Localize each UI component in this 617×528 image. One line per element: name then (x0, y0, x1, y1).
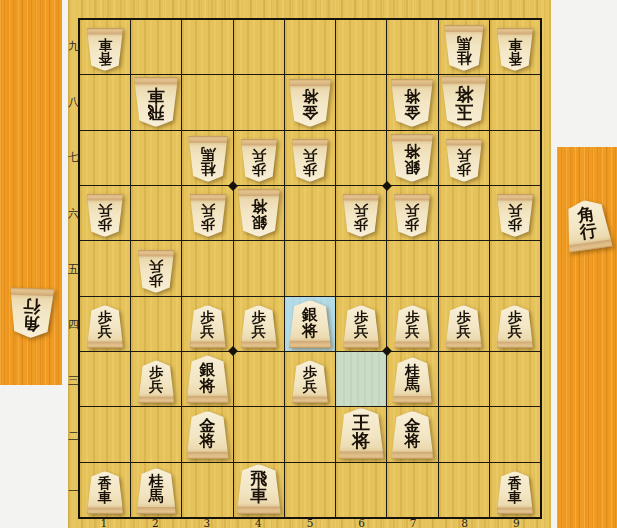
shogi-app: 角行 香車桂馬香車飛車金将金将玉将桂馬歩兵歩兵銀将歩兵歩兵歩兵銀将歩兵歩兵歩兵歩… (0, 0, 617, 528)
shogi-piece-upright[interactable]: 歩兵 (87, 305, 124, 348)
piece-kanji: 歩兵 (394, 305, 431, 348)
board-square[interactable] (182, 241, 232, 295)
shogi-piece-rotated[interactable]: 歩兵 (445, 139, 482, 182)
board-square[interactable] (285, 463, 335, 517)
board-square[interactable]: 歩兵 (131, 352, 181, 406)
piece-kanji: 飛車 (236, 464, 281, 514)
board-square[interactable]: 桂馬 (131, 463, 181, 517)
board-square[interactable]: 銀将 (182, 352, 232, 406)
board-square[interactable] (234, 352, 284, 406)
shogi-piece-upright[interactable]: 王将 (338, 408, 384, 459)
shogi-piece-rotated[interactable]: 歩兵 (496, 194, 533, 237)
board-square[interactable] (336, 352, 386, 406)
shogi-piece-upright[interactable]: 飛車 (236, 464, 281, 514)
board-square[interactable] (285, 407, 335, 461)
board-square[interactable] (234, 241, 284, 295)
piece-kanji: 歩兵 (343, 305, 380, 348)
board-square[interactable] (387, 463, 437, 517)
board-square[interactable] (80, 352, 130, 406)
board-square[interactable]: 金将 (387, 75, 437, 129)
piece-kanji: 歩兵 (138, 250, 175, 293)
board-square[interactable] (336, 241, 386, 295)
board-square[interactable] (439, 407, 489, 461)
piece-kanji: 銀将 (186, 355, 229, 403)
board-square[interactable] (80, 75, 130, 129)
board-square[interactable]: 歩兵 (182, 297, 232, 351)
board-square[interactable] (490, 131, 540, 185)
board-square[interactable]: 銀将 (285, 297, 335, 351)
board-square[interactable]: 金将 (285, 75, 335, 129)
piece-kanji: 歩兵 (189, 305, 226, 348)
board-square[interactable]: 歩兵 (80, 186, 130, 240)
shogi-piece-upright[interactable]: 歩兵 (394, 305, 431, 348)
shogi-piece-rotated[interactable]: 歩兵 (394, 194, 431, 237)
piece-kanji: 歩兵 (496, 194, 533, 237)
piece-kanji: 香車 (496, 471, 533, 514)
piece-kanji: 桂馬 (444, 25, 484, 71)
board-square[interactable] (131, 186, 181, 240)
board-square[interactable] (387, 241, 437, 295)
shogi-piece-rotated[interactable]: 桂馬 (188, 136, 228, 182)
piece-kanji: 歩兵 (240, 139, 277, 182)
file-label: 2 (145, 519, 165, 528)
piece-kanji: 歩兵 (343, 194, 380, 237)
board-square[interactable] (234, 20, 284, 74)
piece-kanji: 歩兵 (445, 305, 482, 348)
board-square[interactable]: 玉将 (439, 75, 489, 129)
piece-kanji: 金将 (391, 411, 434, 459)
shogi-piece-rotated[interactable]: 金将 (288, 79, 331, 127)
file-label: 7 (403, 519, 423, 528)
board-square[interactable]: 飛車 (131, 75, 181, 129)
shogi-piece-upright[interactable]: 金将 (391, 411, 434, 459)
rank-label: 五 (68, 261, 78, 276)
file-label: 8 (455, 519, 475, 528)
piece-kanji: 桂馬 (188, 136, 228, 182)
board-square[interactable] (182, 20, 232, 74)
board-square[interactable]: 歩兵 (439, 131, 489, 185)
shogi-piece-rotated[interactable]: 歩兵 (189, 194, 226, 237)
board-square[interactable] (80, 407, 130, 461)
piece-kanji: 桂馬 (392, 357, 432, 403)
board-square[interactable]: 歩兵 (234, 131, 284, 185)
shogi-piece-rotated[interactable]: 桂馬 (444, 25, 484, 71)
board-square[interactable]: 金将 (182, 407, 232, 461)
board-square[interactable]: 歩兵 (490, 297, 540, 351)
board-square[interactable] (490, 241, 540, 295)
file-label: 1 (94, 519, 114, 528)
piece-kanji: 金将 (288, 79, 331, 127)
rank-label: 一 (68, 484, 78, 499)
board-square[interactable]: 香車 (80, 20, 130, 74)
piece-kanji: 金将 (186, 411, 229, 459)
shogi-piece-upright[interactable]: 桂馬 (392, 357, 432, 403)
board-square[interactable]: 歩兵 (490, 186, 540, 240)
board-square[interactable] (439, 463, 489, 517)
board-square[interactable] (182, 75, 232, 129)
hand-piece-upright[interactable]: 角行 (565, 200, 610, 250)
board-square[interactable] (336, 75, 386, 129)
rank-label: 六 (68, 205, 78, 220)
shogi-piece-upright[interactable]: 歩兵 (496, 305, 533, 348)
board-square[interactable] (285, 20, 335, 74)
board-square[interactable]: 歩兵 (336, 186, 386, 240)
shogi-piece-rotated[interactable]: 銀将 (237, 189, 280, 237)
piece-kanji: 歩兵 (240, 305, 277, 348)
shogi-piece-upright[interactable]: 歩兵 (291, 360, 328, 403)
board-square[interactable] (80, 131, 130, 185)
board-square[interactable] (234, 75, 284, 129)
shogi-piece-rotated[interactable]: 歩兵 (138, 250, 175, 293)
piece-kanji: 銀将 (237, 189, 280, 237)
piece-kanji: 歩兵 (138, 360, 175, 403)
rank-label: 四 (68, 317, 78, 332)
shogi-piece-rotated[interactable]: 銀将 (391, 134, 434, 182)
board-square[interactable] (439, 241, 489, 295)
piece-kanji: 歩兵 (189, 194, 226, 237)
board-square[interactable]: 歩兵 (131, 241, 181, 295)
piece-kanji: 金将 (391, 79, 434, 127)
board-square[interactable]: 歩兵 (285, 131, 335, 185)
shogi-piece-rotated[interactable]: 金将 (391, 79, 434, 127)
piece-kanji: 香車 (496, 28, 533, 71)
top-player-hand-stand: 角行 (0, 0, 62, 385)
board-square[interactable]: 歩兵 (234, 297, 284, 351)
piece-kanji: 歩兵 (291, 360, 328, 403)
board-square[interactable]: 香車 (490, 463, 540, 517)
shogi-piece-upright[interactable]: 桂馬 (136, 468, 176, 514)
shogi-piece-rotated[interactable]: 歩兵 (240, 139, 277, 182)
board-square[interactable] (234, 407, 284, 461)
shogi-piece-rotated[interactable]: 飛車 (134, 77, 179, 127)
shogi-piece-upright[interactable]: 金将 (186, 411, 229, 459)
board-square[interactable] (336, 20, 386, 74)
board-square[interactable]: 飛車 (234, 463, 284, 517)
shogi-piece-upright[interactable]: 銀将 (288, 300, 331, 348)
board-square[interactable]: 銀将 (234, 186, 284, 240)
file-label: 6 (352, 519, 372, 528)
shogi-piece-upright[interactable]: 歩兵 (240, 305, 277, 348)
shogi-piece-upright[interactable]: 香車 (496, 471, 533, 514)
rank-label: 七 (68, 150, 78, 165)
board-square[interactable] (387, 20, 437, 74)
board-square[interactable]: 王将 (336, 407, 386, 461)
board-square[interactable] (439, 186, 489, 240)
piece-kanji: 角行 (8, 287, 55, 339)
board-square[interactable]: 歩兵 (182, 186, 232, 240)
board-square[interactable] (131, 131, 181, 185)
shogi-piece-upright[interactable]: 香車 (87, 471, 124, 514)
piece-kanji: 歩兵 (291, 139, 328, 182)
board-square[interactable] (80, 241, 130, 295)
board-square[interactable] (490, 75, 540, 129)
shogi-piece-rotated[interactable]: 歩兵 (291, 139, 328, 182)
piece-kanji: 角行 (562, 197, 614, 253)
board-square[interactable] (182, 463, 232, 517)
board-square[interactable] (285, 241, 335, 295)
shogi-board-widget: 香車桂馬香車飛車金将金将玉将桂馬歩兵歩兵銀将歩兵歩兵歩兵銀将歩兵歩兵歩兵歩兵歩兵… (68, 0, 551, 528)
shogi-piece-rotated[interactable]: 歩兵 (87, 194, 124, 237)
shogi-piece-upright[interactable]: 歩兵 (445, 305, 482, 348)
board-square[interactable]: 金将 (387, 407, 437, 461)
board-square[interactable]: 歩兵 (439, 297, 489, 351)
board-square[interactable]: 香車 (490, 20, 540, 74)
piece-kanji: 歩兵 (87, 194, 124, 237)
board-square[interactable]: 歩兵 (336, 297, 386, 351)
shogi-piece-rotated[interactable]: 角行 (9, 288, 54, 338)
piece-kanji: 玉将 (441, 76, 487, 127)
shogi-piece-upright[interactable]: 歩兵 (189, 305, 226, 348)
piece-kanji: 歩兵 (496, 305, 533, 348)
board-square[interactable]: 歩兵 (387, 297, 437, 351)
bottom-player-hand-stand: 角行 (557, 147, 617, 528)
file-label: 9 (506, 519, 526, 528)
shogi-piece-upright[interactable]: 銀将 (186, 355, 229, 403)
shogi-piece-upright[interactable]: 角行 (565, 200, 610, 250)
piece-kanji: 歩兵 (445, 139, 482, 182)
shogi-piece-upright[interactable]: 歩兵 (343, 305, 380, 348)
board-square[interactable]: 歩兵 (285, 352, 335, 406)
shogi-piece-rotated[interactable]: 香車 (87, 28, 124, 71)
piece-kanji: 歩兵 (87, 305, 124, 348)
piece-kanji: 銀将 (391, 134, 434, 182)
board-square[interactable] (336, 131, 386, 185)
rank-label: 九 (68, 38, 78, 53)
piece-kanji: 香車 (87, 28, 124, 71)
board-square[interactable]: 桂馬 (387, 352, 437, 406)
piece-kanji: 飛車 (134, 77, 179, 127)
file-label: 5 (300, 519, 320, 528)
board-square[interactable]: 銀将 (387, 131, 437, 185)
rank-label: 三 (68, 372, 78, 387)
shogi-board: 香車桂馬香車飛車金将金将玉将桂馬歩兵歩兵銀将歩兵歩兵歩兵銀将歩兵歩兵歩兵歩兵歩兵… (78, 18, 542, 519)
board-square[interactable] (490, 407, 540, 461)
file-label: 4 (248, 519, 268, 528)
file-label: 3 (197, 519, 217, 528)
board-square[interactable]: 桂馬 (439, 20, 489, 74)
board-square[interactable] (285, 186, 335, 240)
board-square[interactable] (131, 297, 181, 351)
shogi-piece-rotated[interactable]: 歩兵 (343, 194, 380, 237)
board-square[interactable] (131, 407, 181, 461)
board-square[interactable] (490, 352, 540, 406)
shogi-piece-upright[interactable]: 歩兵 (138, 360, 175, 403)
rank-label: 二 (68, 428, 78, 443)
piece-kanji: 王将 (338, 408, 384, 459)
board-square[interactable] (131, 20, 181, 74)
piece-kanji: 香車 (87, 471, 124, 514)
board-square[interactable]: 歩兵 (387, 186, 437, 240)
piece-kanji: 桂馬 (136, 468, 176, 514)
rank-label: 八 (68, 94, 78, 109)
board-square[interactable] (336, 463, 386, 517)
piece-kanji: 銀将 (288, 300, 331, 348)
shogi-piece-rotated[interactable]: 玉将 (441, 76, 487, 127)
board-square[interactable]: 香車 (80, 463, 130, 517)
shogi-piece-rotated[interactable]: 香車 (496, 28, 533, 71)
hand-piece-rotated[interactable]: 角行 (9, 288, 54, 338)
board-square[interactable] (439, 352, 489, 406)
piece-kanji: 歩兵 (394, 194, 431, 237)
board-square[interactable]: 歩兵 (80, 297, 130, 351)
board-square[interactable]: 桂馬 (182, 131, 232, 185)
